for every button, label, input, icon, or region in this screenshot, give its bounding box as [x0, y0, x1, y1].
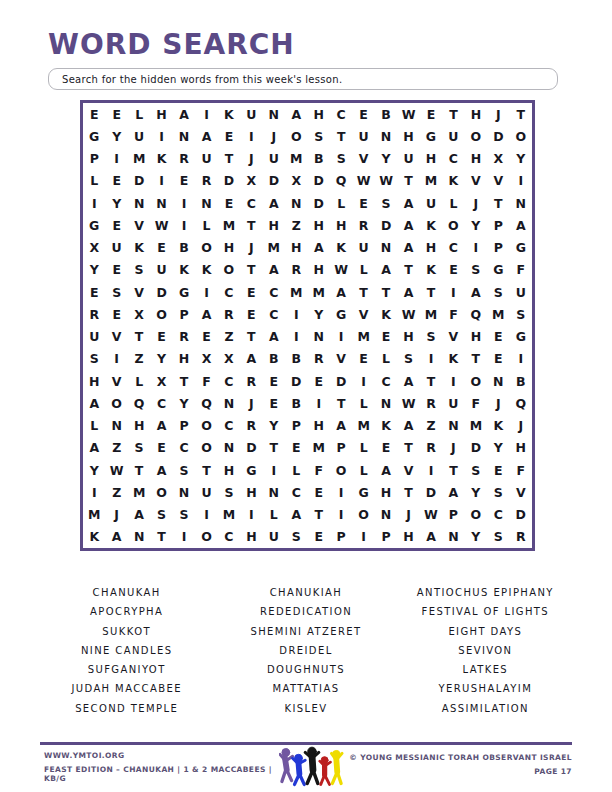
- grid-cell: Q: [510, 392, 532, 414]
- grid-cell: D: [285, 370, 307, 392]
- grid-cell: T: [330, 392, 352, 414]
- grid-cell: C: [442, 237, 464, 259]
- grid-cell: O: [465, 125, 487, 147]
- grid-cell: D: [510, 504, 532, 526]
- grid-cell: I: [83, 481, 105, 503]
- grid-cell: Y: [150, 348, 172, 370]
- grid-cell: G: [83, 125, 105, 147]
- grid-cell: E: [150, 437, 172, 459]
- grid-cell: X: [218, 348, 240, 370]
- grid-cell: H: [375, 481, 397, 503]
- grid-cell: E: [352, 348, 374, 370]
- grid-cell: T: [352, 281, 374, 303]
- grid-cell: M: [308, 437, 330, 459]
- grid-cell: Z: [285, 214, 307, 236]
- grid-cell: T: [128, 459, 150, 481]
- grid-cell: E: [285, 437, 307, 459]
- grid-cell: S: [128, 437, 150, 459]
- grid-cell: M: [128, 481, 150, 503]
- grid-cell: H: [218, 459, 240, 481]
- grid-cell: E: [218, 192, 240, 214]
- grid-cell: T: [397, 437, 419, 459]
- grid-cell: D: [150, 281, 172, 303]
- grid-cell: N: [375, 392, 397, 414]
- grid-cell: Q: [195, 392, 217, 414]
- grid-cell: U: [128, 125, 150, 147]
- grid-cell: D: [375, 214, 397, 236]
- word-list-item: YERUSHALAYIM: [399, 679, 572, 698]
- grid-cell: N: [195, 192, 217, 214]
- grid-cell: V: [487, 170, 509, 192]
- grid-cell: N: [263, 103, 285, 125]
- grid-cell: V: [330, 348, 352, 370]
- grid-cell: E: [308, 481, 330, 503]
- grid-cell: Y: [465, 526, 487, 548]
- grid-cell: M: [420, 303, 442, 325]
- grid-cell: A: [397, 214, 419, 236]
- grid-cell: A: [375, 259, 397, 281]
- grid-cell: K: [375, 415, 397, 437]
- dancing-children-logo: [279, 744, 345, 788]
- grid-cell: J: [487, 392, 509, 414]
- grid-cell: F: [510, 259, 532, 281]
- grid-cell: G: [510, 237, 532, 259]
- grid-cell: P: [173, 415, 195, 437]
- grid-cell: D: [465, 437, 487, 459]
- grid-cell: Y: [510, 148, 532, 170]
- grid-cell: W: [397, 103, 419, 125]
- grid-cell: N: [375, 504, 397, 526]
- grid-cell: T: [510, 103, 532, 125]
- grid-cell: Y: [173, 392, 195, 414]
- word-list-item: LATKES: [399, 660, 572, 679]
- grid-cell: L: [352, 392, 374, 414]
- grid-cell: I: [105, 348, 127, 370]
- grid-cell: X: [128, 303, 150, 325]
- grid-cell: K: [442, 348, 464, 370]
- grid-cell: N: [375, 125, 397, 147]
- grid-cell: N: [173, 481, 195, 503]
- grid-cell: S: [150, 504, 172, 526]
- grid-cell: A: [263, 259, 285, 281]
- grid-cell: E: [375, 437, 397, 459]
- grid-cell: R: [308, 348, 330, 370]
- grid-cell: V: [128, 214, 150, 236]
- grid-cell: I: [173, 526, 195, 548]
- grid-cell: H: [465, 148, 487, 170]
- grid-cell: C: [330, 103, 352, 125]
- grid-cell: W: [420, 504, 442, 526]
- grid-cell: U: [420, 192, 442, 214]
- word-list-item: SUKKOT: [40, 622, 213, 641]
- grid-cell: S: [420, 326, 442, 348]
- grid-cell: U: [510, 281, 532, 303]
- grid-cell: Z: [218, 326, 240, 348]
- grid-cell: T: [218, 148, 240, 170]
- grid-cell: I: [308, 392, 330, 414]
- grid-cell: H: [465, 326, 487, 348]
- grid-cell: G: [330, 303, 352, 325]
- word-list-item: ASSIMILATION: [399, 699, 572, 718]
- grid-cell: J: [465, 192, 487, 214]
- grid-cell: E: [420, 103, 442, 125]
- grid-cell: I: [510, 170, 532, 192]
- grid-cell: L: [352, 437, 374, 459]
- grid-cell: E: [150, 237, 172, 259]
- grid-cell: S: [487, 481, 509, 503]
- grid-cell: E: [105, 303, 127, 325]
- grid-cell: X: [150, 370, 172, 392]
- grid-cell: R: [510, 526, 532, 548]
- grid-cell: L: [375, 348, 397, 370]
- grid-cell: K: [420, 214, 442, 236]
- grid-cell: P: [375, 526, 397, 548]
- grid-cell: N: [128, 192, 150, 214]
- grid-cell: D: [487, 125, 509, 147]
- grid-cell: A: [150, 415, 172, 437]
- grid-cell: N: [510, 192, 532, 214]
- logo-black-figure: [305, 747, 319, 783]
- grid-cell: T: [420, 370, 442, 392]
- word-list-item: SUFGANIYOT: [40, 660, 213, 679]
- grid-cell: Q: [128, 392, 150, 414]
- grid-cell: U: [263, 526, 285, 548]
- grid-cell: N: [487, 370, 509, 392]
- instruction-box: Search for the hidden words from this we…: [48, 68, 558, 90]
- logo-yellow-figure: [331, 750, 342, 783]
- grid-cell: J: [263, 125, 285, 147]
- footer-right: © YOUNG MESSIANIC TORAH OBSERVANT ISRAEL…: [342, 753, 572, 776]
- grid-cell: P: [330, 437, 352, 459]
- logo-red-figure: [320, 757, 331, 785]
- grid-cell: M: [218, 214, 240, 236]
- grid-cell: T: [195, 459, 217, 481]
- grid-cell: A: [83, 437, 105, 459]
- grid-cell: Y: [465, 214, 487, 236]
- grid-cell: R: [420, 437, 442, 459]
- grid-cell: R: [420, 392, 442, 414]
- grid-cell: W: [330, 259, 352, 281]
- grid-cell: A: [105, 526, 127, 548]
- grid-cell: S: [397, 348, 419, 370]
- grid-cell: F: [510, 459, 532, 481]
- grid-cell: W: [397, 303, 419, 325]
- grid-cell: M: [128, 148, 150, 170]
- grid-cell: E: [442, 259, 464, 281]
- word-list-column: CHANUKAHAPOCRYPHASUKKOTNINE CANDLESSUFGA…: [40, 583, 213, 718]
- grid-cell: G: [487, 259, 509, 281]
- grid-cell: T: [330, 125, 352, 147]
- grid-cell: M: [285, 148, 307, 170]
- grid-cell: K: [442, 170, 464, 192]
- grid-cell: S: [83, 348, 105, 370]
- grid-cell: E: [263, 370, 285, 392]
- word-list: CHANUKAHAPOCRYPHASUKKOTNINE CANDLESSUFGA…: [40, 583, 572, 718]
- grid-cell: S: [173, 504, 195, 526]
- grid-cell: V: [465, 170, 487, 192]
- grid-cell: K: [128, 237, 150, 259]
- grid-cell: B: [375, 103, 397, 125]
- grid-cell: L: [330, 192, 352, 214]
- grid-cell: S: [128, 259, 150, 281]
- grid-cell: K: [487, 415, 509, 437]
- grid-cell: P: [442, 504, 464, 526]
- grid-cell: O: [510, 125, 532, 147]
- grid-cell: H: [510, 437, 532, 459]
- grid-cell: E: [308, 526, 330, 548]
- grid-cell: H: [285, 237, 307, 259]
- grid-cell: K: [420, 259, 442, 281]
- word-list-column: CHANUKIAHREDEDICATIONSHEMINI ATZERETDREI…: [219, 583, 392, 718]
- grid-cell: T: [397, 170, 419, 192]
- grid-cell: Z: [105, 437, 127, 459]
- grid-cell: Z: [128, 348, 150, 370]
- grid-cell: G: [83, 214, 105, 236]
- grid-cell: T: [150, 526, 172, 548]
- instruction-text: Search for the hidden words from this we…: [62, 74, 342, 85]
- word-list-item: ANTIOCHUS EPIPHANY: [399, 583, 572, 602]
- grid-cell: L: [195, 214, 217, 236]
- grid-cell: N: [128, 526, 150, 548]
- grid-cell: I: [173, 192, 195, 214]
- grid-cell: A: [263, 192, 285, 214]
- grid-cell: Y: [308, 303, 330, 325]
- grid-cell: A: [195, 125, 217, 147]
- grid-cell: E: [105, 259, 127, 281]
- grid-cell: G: [240, 459, 262, 481]
- grid-cell: A: [510, 214, 532, 236]
- footer-left: WWW.YMTOI.ORG FEAST EDITION – CHANUKAH |…: [44, 751, 274, 783]
- grid-cell: Y: [263, 415, 285, 437]
- grid-cell: I: [285, 326, 307, 348]
- grid-cell: I: [420, 348, 442, 370]
- grid-cell: B: [285, 348, 307, 370]
- grid-cell: M: [420, 170, 442, 192]
- grid-cell: I: [83, 192, 105, 214]
- grid-cell: J: [487, 103, 509, 125]
- grid-cell: M: [285, 281, 307, 303]
- grid-cell: N: [375, 237, 397, 259]
- grid-cell: S: [465, 259, 487, 281]
- grid-cell: Y: [487, 437, 509, 459]
- grid-cell: H: [150, 103, 172, 125]
- grid-cell: M: [308, 281, 330, 303]
- grid-cell: H: [420, 237, 442, 259]
- grid-cell: I: [442, 370, 464, 392]
- grid-cell: D: [240, 437, 262, 459]
- word-list-item: FESTIVAL OF LIGHTS: [399, 602, 572, 621]
- grid-cell: N: [218, 392, 240, 414]
- grid-cell: E: [105, 103, 127, 125]
- grid-cell: A: [308, 237, 330, 259]
- grid-cell: C: [375, 370, 397, 392]
- grid-cell: N: [442, 526, 464, 548]
- grid-cell: T: [240, 326, 262, 348]
- grid-cell: D: [330, 370, 352, 392]
- grid-cell: Y: [83, 459, 105, 481]
- grid-cell: C: [442, 148, 464, 170]
- grid-cell: F: [465, 392, 487, 414]
- grid-cell: R: [240, 415, 262, 437]
- grid-cell: O: [285, 125, 307, 147]
- grid-cell: T: [308, 504, 330, 526]
- word-search-grid: EELHAIKUNAHCEBWETHJTGYUINAEIJOSTUNHGUODO…: [83, 103, 532, 548]
- grid-cell: K: [330, 237, 352, 259]
- grid-cell: I: [150, 170, 172, 192]
- grid-cell: H: [465, 103, 487, 125]
- grid-cell: O: [465, 370, 487, 392]
- grid-cell: U: [263, 148, 285, 170]
- grid-cell: B: [285, 392, 307, 414]
- grid-cell: L: [128, 103, 150, 125]
- grid-cell: E: [352, 103, 374, 125]
- grid-cell: H: [240, 481, 262, 503]
- grid-cell: H: [83, 370, 105, 392]
- grid-cell: K: [150, 148, 172, 170]
- grid-cell: G: [173, 281, 195, 303]
- grid-cell: T: [397, 259, 419, 281]
- grid-cell: X: [195, 348, 217, 370]
- grid-cell: E: [83, 103, 105, 125]
- grid-cell: L: [83, 415, 105, 437]
- grid-cell: I: [352, 526, 374, 548]
- grid-cell: J: [105, 504, 127, 526]
- grid-cell: I: [150, 125, 172, 147]
- grid-cell: D: [218, 170, 240, 192]
- grid-cell: A: [285, 504, 307, 526]
- grid-cell: I: [465, 237, 487, 259]
- grid-cell: N: [173, 125, 195, 147]
- grid-cell: A: [240, 348, 262, 370]
- grid-cell: O: [218, 259, 240, 281]
- grid-cell: M: [83, 504, 105, 526]
- grid-cell: H: [397, 125, 419, 147]
- grid-cell: E: [240, 303, 262, 325]
- grid-cell: B: [173, 237, 195, 259]
- grid-cell: I: [285, 303, 307, 325]
- word-list-item: SHEMINI ATZERET: [219, 622, 392, 641]
- grid-cell: O: [442, 214, 464, 236]
- grid-cell: L: [352, 259, 374, 281]
- grid-cell: N: [105, 415, 127, 437]
- grid-cell: A: [465, 281, 487, 303]
- grid-cell: V: [442, 326, 464, 348]
- grid-cell: U: [83, 326, 105, 348]
- grid-cell: J: [397, 504, 419, 526]
- grid-cell: J: [510, 415, 532, 437]
- logo-purple-figure: [280, 749, 293, 782]
- grid-cell: A: [397, 192, 419, 214]
- grid-cell: Q: [465, 303, 487, 325]
- grid-cell: Y: [105, 125, 127, 147]
- footer-edition: FEAST EDITION – CHANUKAH | 1 & 2 MACCABE…: [44, 765, 274, 783]
- grid-cell: I: [195, 504, 217, 526]
- grid-cell: T: [263, 437, 285, 459]
- grid-cell: R: [83, 303, 105, 325]
- grid-cell: Z: [105, 481, 127, 503]
- grid-cell: I: [195, 281, 217, 303]
- grid-cell: U: [442, 125, 464, 147]
- grid-cell: J: [442, 437, 464, 459]
- grid-cell: E: [487, 459, 509, 481]
- word-list-item: EIGHT DAYS: [399, 622, 572, 641]
- grid-cell: I: [352, 370, 374, 392]
- grid-cell: W: [150, 214, 172, 236]
- grid-cell: O: [352, 504, 374, 526]
- grid-cell: O: [465, 504, 487, 526]
- grid-cell: H: [173, 348, 195, 370]
- grid-cell: V: [352, 148, 374, 170]
- grid-cell: A: [375, 459, 397, 481]
- grid-cell: O: [195, 526, 217, 548]
- footer-copyright: © YOUNG MESSIANIC TORAH OBSERVANT ISRAEL: [342, 753, 572, 762]
- grid-cell: R: [240, 370, 262, 392]
- grid-cell: U: [352, 125, 374, 147]
- grid-cell: T: [128, 326, 150, 348]
- word-list-item: REDEDICATION: [219, 602, 392, 621]
- grid-cell: D: [128, 170, 150, 192]
- grid-cell: O: [150, 481, 172, 503]
- grid-cell: E: [487, 348, 509, 370]
- grid-cell: S: [285, 526, 307, 548]
- grid-cell: C: [173, 437, 195, 459]
- grid-cell: A: [83, 392, 105, 414]
- grid-cell: K: [173, 259, 195, 281]
- grid-cell: U: [352, 237, 374, 259]
- grid-cell: C: [150, 392, 172, 414]
- grid-cell: Y: [375, 148, 397, 170]
- grid-cell: S: [173, 459, 195, 481]
- grid-cell: H: [128, 415, 150, 437]
- grid-cell: H: [240, 526, 262, 548]
- grid-cell: T: [442, 103, 464, 125]
- grid-cell: H: [263, 214, 285, 236]
- grid-cell: G: [352, 481, 374, 503]
- grid-cell: R: [285, 259, 307, 281]
- grid-cell: T: [487, 192, 509, 214]
- grid-cell: P: [487, 237, 509, 259]
- grid-cell: A: [150, 459, 172, 481]
- grid-cell: X: [83, 237, 105, 259]
- grid-cell: O: [195, 437, 217, 459]
- grid-cell: C: [263, 303, 285, 325]
- grid-cell: I: [420, 459, 442, 481]
- grid-cell: S: [487, 526, 509, 548]
- grid-cell: W: [375, 170, 397, 192]
- grid-cell: U: [195, 481, 217, 503]
- grid-cell: F: [308, 459, 330, 481]
- grid-cell: I: [105, 148, 127, 170]
- word-list-column: ANTIOCHUS EPIPHANYFESTIVAL OF LIGHTSEIGH…: [399, 583, 572, 718]
- word-list-item: MATTATIAS: [219, 679, 392, 698]
- grid-cell: U: [105, 237, 127, 259]
- grid-cell: M: [465, 415, 487, 437]
- grid-cell: A: [195, 303, 217, 325]
- grid-cell: H: [397, 526, 419, 548]
- grid-cell: F: [442, 303, 464, 325]
- grid-cell: A: [330, 281, 352, 303]
- grid-cell: N: [263, 481, 285, 503]
- grid-cell: B: [263, 348, 285, 370]
- grid-cell: V: [397, 459, 419, 481]
- grid-cell: C: [263, 281, 285, 303]
- grid-cell: A: [128, 504, 150, 526]
- grid-cell: T: [375, 281, 397, 303]
- grid-cell: S: [487, 281, 509, 303]
- grid-cell: H: [308, 214, 330, 236]
- grid-cell: L: [83, 170, 105, 192]
- grid-cell: U: [195, 148, 217, 170]
